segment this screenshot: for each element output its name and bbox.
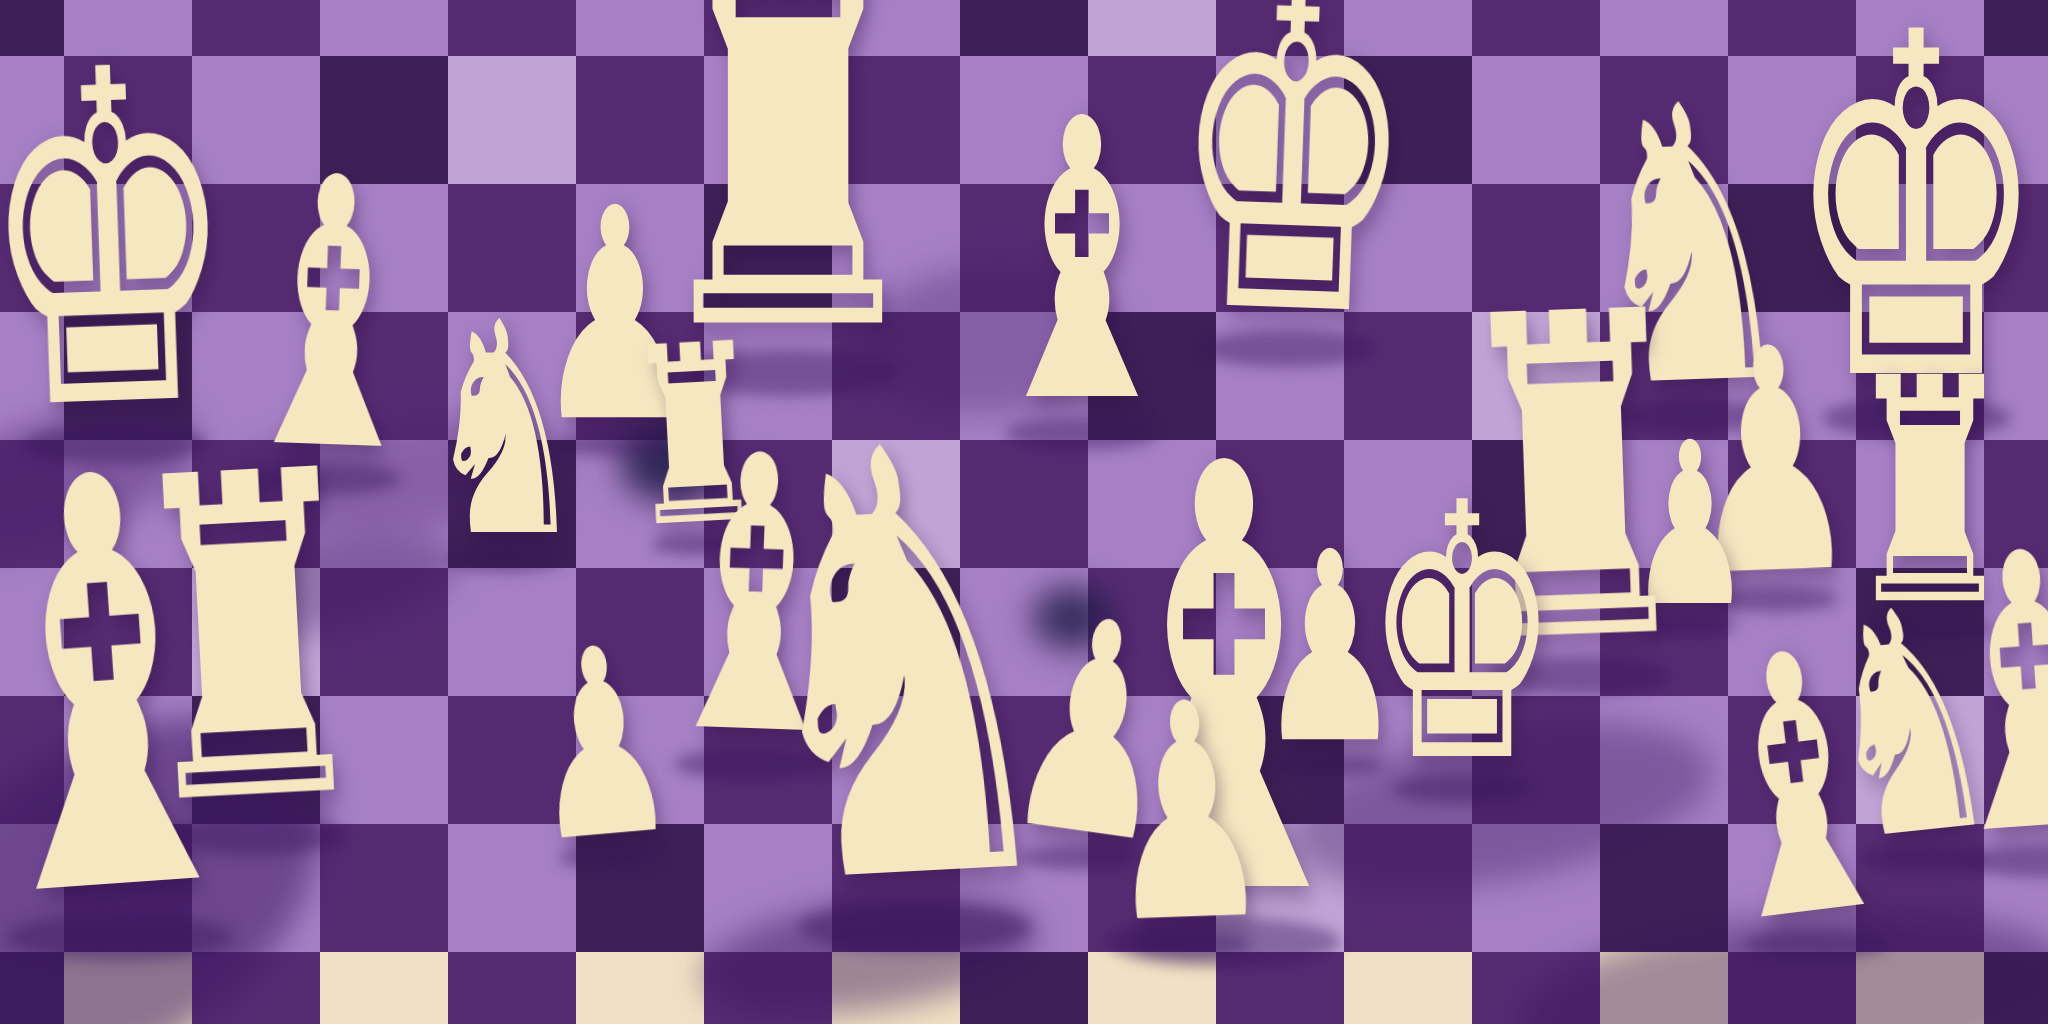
piece-white-bishop[interactable]: ♝ [0, 396, 280, 980]
piece-white-king[interactable]: ♚ [1164, 0, 1423, 378]
board-square[interactable] [320, 0, 448, 56]
board-square[interactable] [320, 952, 448, 1024]
piece-white-pawn[interactable]: ♟ [1100, 662, 1275, 965]
chess-illustration: ♚♝♞♟♜♜♝♞♝♚♞♚♝♜♟♟♝♟♟♚♜♟♟♜♝♞♝ [0, 0, 2048, 1024]
piece-white-pawn[interactable]: ♟ [518, 610, 683, 880]
piece-white-knight[interactable]: ♞ [424, 284, 587, 577]
board-square[interactable] [448, 952, 576, 1024]
board-square[interactable] [448, 0, 576, 56]
piece-white-king[interactable]: ♚ [1364, 457, 1560, 810]
piece-white-knight[interactable]: ♞ [725, 367, 1081, 969]
board-square[interactable] [576, 952, 704, 1024]
